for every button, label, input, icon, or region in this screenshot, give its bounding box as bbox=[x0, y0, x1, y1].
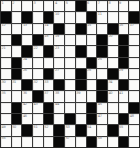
clue-number: 1 bbox=[2, 1, 4, 5]
white-cell-r9-c3[interactable]: 36 bbox=[22, 91, 32, 101]
clue-number: 52 bbox=[44, 125, 48, 129]
black-cell-r11-c5 bbox=[44, 114, 54, 124]
clue-number: 38 bbox=[55, 91, 59, 95]
white-cell-r6-c3[interactable]: 24 bbox=[22, 58, 32, 68]
clue-number: 14 bbox=[44, 23, 48, 27]
white-cell-r13-c4[interactable] bbox=[33, 137, 43, 147]
white-cell-r9-c11[interactable]: 40 bbox=[108, 91, 118, 101]
clue-number: 56 bbox=[2, 136, 6, 140]
black-cell-r8-c3 bbox=[22, 80, 32, 90]
white-cell-r9-c6[interactable]: 38 bbox=[54, 91, 64, 101]
clue-number: 19 bbox=[55, 34, 59, 38]
clue-number: 18 bbox=[44, 34, 48, 38]
white-cell-r12-c10[interactable] bbox=[97, 125, 107, 135]
white-cell-r13-c13[interactable] bbox=[129, 137, 139, 147]
white-cell-r8-c1[interactable]: 30 bbox=[1, 80, 11, 90]
white-cell-r4-c3[interactable] bbox=[22, 35, 32, 45]
white-cell-r1-c13[interactable] bbox=[129, 1, 139, 11]
white-cell-r5-c6[interactable]: 23 bbox=[54, 46, 64, 56]
white-cell-r1-c4[interactable]: 3 bbox=[33, 1, 43, 11]
white-cell-r13-c3[interactable] bbox=[22, 137, 32, 147]
white-cell-r6-c11[interactable] bbox=[108, 58, 118, 68]
black-cell-r3-c11 bbox=[108, 24, 118, 34]
white-cell-r2-c11[interactable] bbox=[108, 12, 118, 22]
black-cell-r7-c11 bbox=[108, 69, 118, 79]
white-cell-r1-c3[interactable] bbox=[22, 1, 32, 11]
clue-number: 35 bbox=[2, 91, 6, 95]
clue-number: 4 bbox=[55, 1, 57, 5]
clue-number: 11 bbox=[98, 12, 102, 16]
white-cell-r11-c6[interactable] bbox=[54, 114, 64, 124]
clue-number: 24 bbox=[23, 57, 27, 61]
white-cell-r7-c7[interactable] bbox=[65, 69, 75, 79]
white-cell-r12-c13[interactable] bbox=[129, 125, 139, 135]
clue-number: 25 bbox=[98, 57, 102, 61]
white-cell-r10-c6[interactable]: 44 bbox=[54, 103, 64, 113]
black-cell-r7-c8 bbox=[76, 69, 86, 79]
white-cell-r3-c4[interactable] bbox=[33, 24, 43, 34]
white-cell-r6-c6[interactable] bbox=[54, 58, 64, 68]
white-cell-r5-c11[interactable] bbox=[108, 46, 118, 56]
white-cell-r10-c3[interactable]: 42 bbox=[22, 103, 32, 113]
clue-number: 21 bbox=[2, 46, 6, 50]
white-cell-r6-c13[interactable] bbox=[129, 58, 139, 68]
white-cell-r12-c9[interactable]: 54 bbox=[87, 125, 97, 135]
clue-number: 3 bbox=[34, 1, 36, 5]
black-cell-r2-c1 bbox=[1, 12, 11, 22]
white-cell-r8-c13[interactable] bbox=[129, 80, 139, 90]
white-cell-r2-c8[interactable] bbox=[76, 12, 86, 22]
white-cell-r9-c2[interactable] bbox=[12, 91, 22, 101]
clue-number: 26 bbox=[23, 68, 27, 72]
white-cell-r1-c12[interactable]: 9 bbox=[119, 1, 129, 11]
white-cell-r6-c7[interactable] bbox=[65, 58, 75, 68]
black-cell-r11-c7 bbox=[65, 114, 75, 124]
white-cell-r4-c5[interactable]: 18 bbox=[44, 35, 54, 45]
white-cell-r1-c2[interactable]: 2 bbox=[12, 1, 22, 11]
black-cell-r13-c9 bbox=[87, 137, 97, 147]
white-cell-r11-c4[interactable] bbox=[33, 114, 43, 124]
clue-number: 2 bbox=[12, 1, 14, 5]
clue-number: 39 bbox=[76, 91, 80, 95]
clue-number: 16 bbox=[119, 23, 123, 27]
clue-number: 42 bbox=[23, 102, 27, 106]
white-cell-r1-c6[interactable]: 4 bbox=[54, 1, 64, 11]
white-cell-r1-c5[interactable] bbox=[44, 1, 54, 11]
white-cell-r11-c8[interactable] bbox=[76, 114, 86, 124]
white-cell-r11-c13[interactable]: 48 bbox=[129, 114, 139, 124]
white-cell-r3-c12[interactable]: 16 bbox=[119, 24, 129, 34]
clue-number: 37 bbox=[44, 91, 48, 95]
white-cell-r13-c7[interactable]: 57 bbox=[65, 137, 75, 147]
white-cell-r12-c12[interactable]: 55 bbox=[119, 125, 129, 135]
clue-number: 48 bbox=[130, 114, 134, 118]
white-cell-r1-c9[interactable]: 6 bbox=[87, 1, 97, 11]
white-cell-r2-c4[interactable] bbox=[33, 12, 43, 22]
white-cell-r10-c10[interactable]: 45 bbox=[97, 103, 107, 113]
black-cell-r12-c8 bbox=[76, 125, 86, 135]
black-cell-r5-c12 bbox=[119, 46, 129, 56]
clue-number: 13 bbox=[23, 23, 27, 27]
clue-number: 50 bbox=[12, 125, 16, 129]
white-cell-r3-c9[interactable]: 15 bbox=[87, 24, 97, 34]
white-cell-r9-c5[interactable]: 37 bbox=[44, 91, 54, 101]
white-cell-r11-c1[interactable] bbox=[1, 114, 11, 124]
black-cell-r12-c6 bbox=[54, 125, 64, 135]
clue-number: 29 bbox=[119, 68, 123, 72]
black-cell-r6-c2 bbox=[12, 58, 22, 68]
white-cell-r9-c1[interactable]: 35 bbox=[1, 91, 11, 101]
black-cell-r7-c2 bbox=[12, 69, 22, 79]
white-cell-r8-c5[interactable]: 33 bbox=[44, 80, 54, 90]
black-cell-r11-c12 bbox=[119, 114, 129, 124]
black-cell-r12-c11 bbox=[108, 125, 118, 135]
clue-number: 46 bbox=[23, 114, 27, 118]
black-cell-r5-c10 bbox=[97, 46, 107, 56]
white-cell-r12-c2[interactable]: 50 bbox=[12, 125, 22, 135]
black-cell-r7-c5 bbox=[44, 69, 54, 79]
white-cell-r5-c2[interactable] bbox=[12, 46, 22, 56]
white-cell-r12-c7[interactable]: 53 bbox=[65, 125, 75, 135]
white-cell-r2-c10[interactable]: 11 bbox=[97, 12, 107, 22]
black-cell-r10-c5 bbox=[44, 103, 54, 113]
clue-number: 27 bbox=[55, 68, 59, 72]
clue-number: 32 bbox=[34, 80, 38, 84]
white-cell-r5-c9[interactable] bbox=[87, 46, 97, 56]
white-cell-r3-c10[interactable] bbox=[97, 24, 107, 34]
clue-number: 8 bbox=[108, 1, 110, 5]
white-cell-r6-c1[interactable] bbox=[1, 58, 11, 68]
crossword-puzzle: 1234567891011121314151617181920212223242… bbox=[0, 0, 140, 148]
clue-number: 30 bbox=[2, 80, 6, 84]
black-cell-r13-c6 bbox=[54, 137, 64, 147]
white-cell-r9-c9[interactable] bbox=[87, 91, 97, 101]
white-cell-r1-c1[interactable]: 1 bbox=[1, 1, 11, 11]
white-cell-r12-c5[interactable]: 52 bbox=[44, 125, 54, 135]
black-cell-r6-c9 bbox=[87, 58, 97, 68]
black-cell-r3-c6 bbox=[54, 24, 64, 34]
clue-number: 22 bbox=[34, 46, 38, 50]
clue-number: 58 bbox=[98, 136, 102, 140]
clue-number: 34 bbox=[108, 80, 112, 84]
white-cell-r13-c11[interactable] bbox=[108, 137, 118, 147]
white-cell-r4-c8[interactable] bbox=[76, 35, 86, 45]
white-cell-r2-c7[interactable] bbox=[65, 12, 75, 22]
clue-number: 53 bbox=[66, 125, 70, 129]
black-cell-r6-c12 bbox=[119, 58, 129, 68]
clue-number: 15 bbox=[87, 23, 91, 27]
white-cell-r5-c1[interactable]: 21 bbox=[1, 46, 11, 56]
clue-number: 44 bbox=[55, 102, 59, 106]
white-cell-r10-c11[interactable] bbox=[108, 103, 118, 113]
white-cell-r10-c7[interactable] bbox=[65, 103, 75, 113]
white-cell-r4-c11[interactable]: 20 bbox=[108, 35, 118, 45]
clue-number: 10 bbox=[55, 12, 59, 16]
black-cell-r5-c5 bbox=[44, 46, 54, 56]
white-cell-r11-c11[interactable] bbox=[108, 114, 118, 124]
black-cell-r10-c9 bbox=[87, 103, 97, 113]
black-cell-r2-c13 bbox=[129, 12, 139, 22]
white-cell-r2-c2[interactable] bbox=[12, 12, 22, 22]
white-cell-r12-c1[interactable]: 49 bbox=[1, 125, 11, 135]
clue-number: 45 bbox=[98, 102, 102, 106]
black-cell-r8-c10 bbox=[97, 80, 107, 90]
white-cell-r7-c10[interactable] bbox=[97, 69, 107, 79]
white-cell-r4-c7[interactable] bbox=[65, 35, 75, 45]
black-cell-r13-c12 bbox=[119, 137, 129, 147]
white-cell-r8-c7[interactable] bbox=[65, 80, 75, 90]
black-cell-r2-c9 bbox=[87, 12, 97, 22]
white-cell-r1-c10[interactable]: 7 bbox=[97, 1, 107, 11]
white-cell-r13-c5[interactable] bbox=[44, 137, 54, 147]
black-cell-r8-c8 bbox=[76, 80, 86, 90]
black-cell-r8-c6 bbox=[54, 80, 64, 90]
white-cell-r10-c12[interactable] bbox=[119, 103, 129, 113]
white-cell-r10-c4[interactable]: 43 bbox=[33, 103, 43, 113]
black-cell-r12-c3 bbox=[22, 125, 32, 135]
white-cell-r3-c3[interactable]: 13 bbox=[22, 24, 32, 34]
white-cell-r2-c6[interactable]: 10 bbox=[54, 12, 64, 22]
black-cell-r5-c3 bbox=[22, 46, 32, 56]
white-cell-r3-c1[interactable]: 12 bbox=[1, 24, 11, 34]
white-cell-r10-c1[interactable] bbox=[1, 103, 11, 113]
white-cell-r3-c5[interactable]: 14 bbox=[44, 24, 54, 34]
white-cell-r7-c4[interactable] bbox=[33, 69, 43, 79]
clue-number: 7 bbox=[98, 1, 100, 5]
white-cell-r7-c12[interactable]: 29 bbox=[119, 69, 129, 79]
white-cell-r3-c2[interactable] bbox=[12, 24, 22, 34]
black-cell-r8-c12 bbox=[119, 80, 129, 90]
white-cell-r7-c3[interactable]: 26 bbox=[22, 69, 32, 79]
black-cell-r1-c8 bbox=[76, 1, 86, 11]
white-cell-r8-c9[interactable] bbox=[87, 80, 97, 90]
white-cell-r4-c9[interactable] bbox=[87, 35, 97, 45]
clue-number: 51 bbox=[34, 125, 38, 129]
black-cell-r5-c8 bbox=[76, 46, 86, 56]
white-cell-r6-c10[interactable]: 25 bbox=[97, 58, 107, 68]
white-cell-r11-c3[interactable]: 46 bbox=[22, 114, 32, 124]
clue-number: 54 bbox=[87, 125, 91, 129]
white-cell-r4-c6[interactable]: 19 bbox=[54, 35, 64, 45]
white-cell-r9-c13[interactable] bbox=[129, 91, 139, 101]
clue-number: 55 bbox=[119, 125, 123, 129]
white-cell-r10-c8[interactable] bbox=[76, 103, 86, 113]
black-cell-r2-c5 bbox=[44, 12, 54, 22]
clue-number: 28 bbox=[87, 68, 91, 72]
clue-number: 40 bbox=[108, 91, 112, 95]
white-cell-r9-c8[interactable]: 39 bbox=[76, 91, 86, 101]
white-cell-r7-c9[interactable]: 28 bbox=[87, 69, 97, 79]
white-cell-r4-c13[interactable] bbox=[129, 35, 139, 45]
white-cell-r8-c11[interactable]: 34 bbox=[108, 80, 118, 90]
clue-number: 9 bbox=[119, 1, 121, 5]
black-cell-r3-c8 bbox=[76, 24, 86, 34]
white-cell-r3-c7[interactable] bbox=[65, 24, 75, 34]
white-cell-r6-c8[interactable] bbox=[76, 58, 86, 68]
black-cell-r4-c10 bbox=[97, 35, 107, 45]
white-cell-r9-c7[interactable] bbox=[65, 91, 75, 101]
white-cell-r11-c10[interactable]: 47 bbox=[97, 114, 107, 124]
white-cell-r2-c12[interactable] bbox=[119, 12, 129, 22]
white-cell-r5-c7[interactable] bbox=[65, 46, 75, 56]
black-cell-r2-c3 bbox=[22, 12, 32, 22]
white-cell-r9-c12[interactable]: 41 bbox=[119, 91, 129, 101]
white-cell-r1-c7[interactable]: 5 bbox=[65, 1, 75, 11]
clue-number: 47 bbox=[98, 114, 102, 118]
white-cell-r4-c1[interactable] bbox=[1, 35, 11, 45]
crossword-grid: 1234567891011121314151617181920212223242… bbox=[0, 0, 140, 148]
white-cell-r7-c6[interactable]: 27 bbox=[54, 69, 64, 79]
white-cell-r12-c4[interactable]: 51 bbox=[33, 125, 43, 135]
clue-number: 17 bbox=[130, 23, 134, 27]
black-cell-r9-c4 bbox=[33, 91, 43, 101]
black-cell-r4-c12 bbox=[119, 35, 129, 45]
clue-number: 57 bbox=[66, 136, 70, 140]
white-cell-r6-c4[interactable] bbox=[33, 58, 43, 68]
white-cell-r13-c1[interactable]: 56 bbox=[1, 137, 11, 147]
black-cell-r10-c2 bbox=[12, 103, 22, 113]
black-cell-r11-c9 bbox=[87, 114, 97, 124]
clue-number: 20 bbox=[108, 34, 112, 38]
white-cell-r1-c11[interactable]: 8 bbox=[108, 1, 118, 11]
black-cell-r4-c2 bbox=[12, 35, 22, 45]
clue-number: 31 bbox=[12, 80, 16, 84]
clue-number: 49 bbox=[2, 125, 6, 129]
white-cell-r13-c2[interactable] bbox=[12, 137, 22, 147]
clue-number: 41 bbox=[119, 91, 123, 95]
white-cell-r7-c13[interactable] bbox=[129, 69, 139, 79]
clue-number: 36 bbox=[23, 91, 27, 95]
white-cell-r5-c13[interactable] bbox=[129, 46, 139, 56]
clue-number: 12 bbox=[2, 23, 6, 27]
black-cell-r9-c10 bbox=[97, 91, 107, 101]
white-cell-r13-c10[interactable]: 58 bbox=[97, 137, 107, 147]
white-cell-r5-c4[interactable]: 22 bbox=[33, 46, 43, 56]
black-cell-r4-c4 bbox=[33, 35, 43, 45]
clue-number: 6 bbox=[87, 1, 89, 5]
clue-number: 43 bbox=[34, 102, 38, 106]
black-cell-r10-c13 bbox=[129, 103, 139, 113]
white-cell-r8-c2[interactable]: 31 bbox=[12, 80, 22, 90]
white-cell-r3-c13[interactable]: 17 bbox=[129, 24, 139, 34]
white-cell-r7-c1[interactable] bbox=[1, 69, 11, 79]
white-cell-r6-c5[interactable] bbox=[44, 58, 54, 68]
clue-number: 5 bbox=[66, 1, 68, 5]
white-cell-r8-c4[interactable]: 32 bbox=[33, 80, 43, 90]
black-cell-r11-c2 bbox=[12, 114, 22, 124]
clue-number: 23 bbox=[55, 46, 59, 50]
white-cell-r13-c8[interactable] bbox=[76, 137, 86, 147]
clue-number: 33 bbox=[44, 80, 48, 84]
